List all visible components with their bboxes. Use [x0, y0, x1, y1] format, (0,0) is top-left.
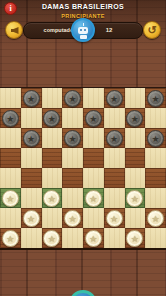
square-e6: [83, 128, 104, 148]
square-d8[interactable]: ★: [62, 88, 83, 108]
square-a2: [0, 208, 21, 228]
star-emblem-icon: ★: [44, 111, 59, 127]
square-a8: [0, 88, 21, 108]
square-f2[interactable]: ★: [104, 208, 125, 228]
square-b8[interactable]: ★: [21, 88, 42, 108]
square-d3: [62, 188, 83, 208]
star-emblem-icon: ★: [24, 91, 39, 107]
dark-piece[interactable]: ★: [147, 130, 164, 147]
square-f3: [104, 188, 125, 208]
square-h7: [145, 108, 166, 128]
dark-piece[interactable]: ★: [64, 90, 81, 107]
light-piece[interactable]: ★: [126, 190, 143, 207]
square-h6[interactable]: ★: [145, 128, 166, 148]
light-piece[interactable]: ★: [147, 210, 164, 227]
square-b7: [21, 108, 42, 128]
square-g2: [125, 208, 146, 228]
star-emblem-icon: ★: [65, 131, 80, 147]
sound-button[interactable]: [5, 21, 23, 39]
square-a4: [0, 168, 21, 188]
star-emblem-icon: ★: [86, 231, 101, 247]
star-emblem-icon: ★: [148, 91, 163, 107]
square-b6[interactable]: ★: [21, 128, 42, 148]
star-emblem-icon: ★: [127, 111, 142, 127]
square-c5[interactable]: [42, 148, 63, 168]
square-e2: [83, 208, 104, 228]
star-emblem-icon: ★: [44, 191, 59, 207]
square-g8: [125, 88, 146, 108]
dark-piece[interactable]: ★: [147, 90, 164, 107]
light-piece[interactable]: ★: [64, 210, 81, 227]
square-h5: [145, 148, 166, 168]
square-g3[interactable]: ★: [125, 188, 146, 208]
speaker-icon: [11, 27, 19, 34]
square-e3[interactable]: ★: [83, 188, 104, 208]
light-piece[interactable]: ★: [2, 190, 19, 207]
opponent-piece-count: 12: [94, 23, 124, 38]
square-b4[interactable]: [21, 168, 42, 188]
square-f7: [104, 108, 125, 128]
app-title: DAMAS BRASILEIROS: [0, 3, 166, 10]
opponent-avatar: [71, 18, 95, 42]
square-g1[interactable]: ★: [125, 228, 146, 248]
square-b3: [21, 188, 42, 208]
square-e1[interactable]: ★: [83, 228, 104, 248]
dark-piece[interactable]: ★: [64, 130, 81, 147]
square-h8[interactable]: ★: [145, 88, 166, 108]
star-emblem-icon: ★: [65, 211, 80, 227]
square-a6: [0, 128, 21, 148]
star-emblem-icon: ★: [3, 231, 18, 247]
game-screen: i DAMAS BRASILEIROS PRINCIPIANTE computa…: [0, 0, 166, 296]
light-piece[interactable]: ★: [2, 230, 19, 247]
square-h3: [145, 188, 166, 208]
square-b2[interactable]: ★: [21, 208, 42, 228]
square-f1: [104, 228, 125, 248]
square-c8: [42, 88, 63, 108]
star-emblem-icon: ★: [107, 131, 122, 147]
square-a5[interactable]: [0, 148, 21, 168]
square-b5: [21, 148, 42, 168]
square-b1: [21, 228, 42, 248]
star-emblem-icon: ★: [24, 211, 39, 227]
star-emblem-icon: ★: [3, 111, 18, 127]
square-d4[interactable]: [62, 168, 83, 188]
square-e8: [83, 88, 104, 108]
square-g5[interactable]: [125, 148, 146, 168]
star-emblem-icon: ★: [86, 111, 101, 127]
square-f4[interactable]: [104, 168, 125, 188]
square-g4: [125, 168, 146, 188]
light-piece[interactable]: ★: [43, 190, 60, 207]
star-emblem-icon: ★: [24, 131, 39, 147]
star-emblem-icon: ★: [148, 131, 163, 147]
square-e4: [83, 168, 104, 188]
dark-piece[interactable]: ★: [43, 110, 60, 127]
undo-button[interactable]: ↺: [143, 21, 161, 39]
square-g7[interactable]: ★: [125, 108, 146, 128]
square-a7[interactable]: ★: [0, 108, 21, 128]
star-emblem-icon: ★: [127, 231, 142, 247]
square-d6[interactable]: ★: [62, 128, 83, 148]
checkers-board: ★★★★★★★★★★★★★★★★★★★★★★★★: [0, 87, 166, 250]
light-piece[interactable]: ★: [43, 230, 60, 247]
dark-piece[interactable]: ★: [106, 130, 123, 147]
square-c6: [42, 128, 63, 148]
square-d2[interactable]: ★: [62, 208, 83, 228]
square-d7: [62, 108, 83, 128]
light-piece[interactable]: ★: [23, 210, 40, 227]
square-c4: [42, 168, 63, 188]
robot-icon: [83, 23, 84, 26]
light-piece[interactable]: ★: [126, 230, 143, 247]
light-piece[interactable]: ★: [85, 230, 102, 247]
dark-piece[interactable]: ★: [85, 110, 102, 127]
square-d1: [62, 228, 83, 248]
star-emblem-icon: ★: [3, 191, 18, 207]
square-c1[interactable]: ★: [42, 228, 63, 248]
square-h4[interactable]: [145, 168, 166, 188]
square-a1[interactable]: ★: [0, 228, 21, 248]
dark-piece[interactable]: ★: [126, 110, 143, 127]
square-f8[interactable]: ★: [104, 88, 125, 108]
square-e5[interactable]: [83, 148, 104, 168]
square-d5: [62, 148, 83, 168]
dark-piece[interactable]: ★: [23, 130, 40, 147]
square-f6[interactable]: ★: [104, 128, 125, 148]
square-c3[interactable]: ★: [42, 188, 63, 208]
dark-piece[interactable]: ★: [106, 90, 123, 107]
square-h2[interactable]: ★: [145, 208, 166, 228]
square-c7[interactable]: ★: [42, 108, 63, 128]
square-g6: [125, 128, 146, 148]
light-piece[interactable]: ★: [85, 190, 102, 207]
player-avatar: [69, 290, 97, 296]
dark-piece[interactable]: ★: [2, 110, 19, 127]
dark-piece[interactable]: ★: [23, 90, 40, 107]
square-c2: [42, 208, 63, 228]
star-emblem-icon: ★: [107, 91, 122, 107]
star-emblem-icon: ★: [65, 91, 80, 107]
square-f5: [104, 148, 125, 168]
square-h1: [145, 228, 166, 248]
star-emblem-icon: ★: [44, 231, 59, 247]
star-emblem-icon: ★: [127, 191, 142, 207]
light-piece[interactable]: ★: [106, 210, 123, 227]
square-e7[interactable]: ★: [83, 108, 104, 128]
square-a3[interactable]: ★: [0, 188, 21, 208]
star-emblem-icon: ★: [86, 191, 101, 207]
star-emblem-icon: ★: [148, 211, 163, 227]
star-emblem-icon: ★: [107, 211, 122, 227]
